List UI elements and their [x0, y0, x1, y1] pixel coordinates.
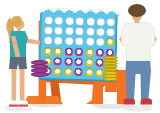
cell-r6c2[interactable]: [54, 67, 62, 75]
cell-r5c3[interactable]: [64, 57, 72, 65]
girl-leg-left: [12, 69, 17, 101]
stack-disc: [103, 77, 118, 81]
cell-r2c3[interactable]: [65, 27, 73, 35]
board-top-edge: [43, 8, 119, 16]
cell-r3c4[interactable]: [75, 37, 83, 45]
cell-r3c2[interactable]: [54, 37, 62, 45]
cell-r4c3[interactable]: [65, 47, 73, 55]
cell-r1c1[interactable]: [45, 16, 53, 24]
girl-player: [2, 12, 42, 112]
boy-jeans: [126, 61, 152, 99]
boy-shirt: [121, 23, 155, 61]
girl-leg-right: [20, 69, 25, 101]
cell-r3c7[interactable]: [106, 38, 114, 46]
cell-r3c5[interactable]: [86, 38, 94, 46]
cell-r2c6[interactable]: [96, 28, 104, 36]
girl-arm-extended: [26, 38, 40, 45]
girl-shoe-right: [19, 101, 29, 109]
cell-r2c2[interactable]: [55, 27, 63, 35]
cell-r1c2[interactable]: [55, 16, 63, 24]
cell-r1c3[interactable]: [65, 17, 73, 25]
cell-r1c6[interactable]: [97, 18, 105, 26]
cell-r1c7[interactable]: [107, 18, 115, 26]
boy-shoe-right-sole: [141, 105, 153, 107]
girl-hair-top: [11, 16, 22, 27]
cell-r2c1[interactable]: [44, 26, 52, 34]
cell-r5c5[interactable]: [85, 58, 93, 66]
boy-neck: [135, 18, 140, 23]
cell-r3c6[interactable]: [96, 38, 104, 46]
cell-r4c4[interactable]: [75, 48, 83, 56]
girl-shoe-left-stripe: [9, 105, 19, 107]
boy-shoe-left-sole: [124, 105, 136, 107]
cell-r1c4[interactable]: [76, 17, 84, 25]
girl-shorts: [9, 57, 27, 69]
cell-r6c3[interactable]: [64, 68, 72, 76]
girl-shoe-left: [9, 101, 19, 109]
cell-r4c1[interactable]: [44, 47, 52, 55]
cell-r6c5[interactable]: [85, 68, 93, 76]
cell-r3c1[interactable]: [44, 37, 52, 45]
boy-player: [117, 2, 159, 112]
cell-r2c4[interactable]: [76, 27, 84, 35]
cell-r1c5[interactable]: [86, 17, 94, 25]
cell-r2c7[interactable]: [107, 28, 115, 36]
boy-hair: [128, 4, 146, 17]
girl-shoe-right-stripe: [19, 105, 29, 107]
cell-r4c5[interactable]: [85, 48, 93, 56]
right-disc-stack: [103, 56, 118, 81]
cell-r2c5[interactable]: [86, 27, 94, 35]
cell-r5c4[interactable]: [75, 58, 83, 66]
scene: [0, 0, 160, 113]
cell-r3c3[interactable]: [65, 37, 73, 45]
cell-r4c2[interactable]: [54, 47, 62, 55]
cell-r6c4[interactable]: [74, 68, 82, 76]
cell-r5c2[interactable]: [54, 57, 62, 65]
